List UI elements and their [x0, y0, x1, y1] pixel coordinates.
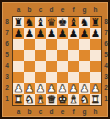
piece-black-pawn-f7[interactable]: ♟ — [69, 28, 78, 39]
square-b1[interactable]: ♞ — [24, 94, 35, 105]
square-g2[interactable]: ♟ — [79, 83, 90, 94]
chess-board[interactable]: ♜♞♝♛♚♝♞♜♟♟♟♟♟♟♟♟♟♟♟♟♟♟♟♟♜♞♝♛♚♝♞♜ — [12, 16, 102, 106]
file-label-bottom-b: b — [24, 108, 35, 116]
square-e7[interactable]: ♟ — [57, 28, 68, 39]
square-a1[interactable]: ♜ — [13, 94, 24, 105]
square-b5[interactable] — [24, 50, 35, 61]
file-label-top-g: g — [79, 6, 90, 14]
file-label-bottom-h: h — [90, 108, 101, 116]
square-g5[interactable] — [79, 50, 90, 61]
rank-label-right-4: 4 — [102, 60, 110, 71]
piece-black-pawn-g7[interactable]: ♟ — [80, 28, 89, 39]
square-b4[interactable] — [24, 61, 35, 72]
rank-label-right-1: 1 — [102, 93, 110, 104]
piece-white-pawn-b2[interactable]: ♟ — [25, 83, 34, 94]
square-c8[interactable]: ♝ — [35, 17, 46, 28]
file-label-top-a: a — [13, 6, 24, 14]
square-a5[interactable] — [13, 50, 24, 61]
square-d2[interactable]: ♟ — [46, 83, 57, 94]
file-label-bottom-g: g — [79, 108, 90, 116]
square-c6[interactable] — [35, 39, 46, 50]
square-e8[interactable]: ♚ — [57, 17, 68, 28]
square-a6[interactable] — [13, 39, 24, 50]
square-g7[interactable]: ♟ — [79, 28, 90, 39]
file-label-top-c: c — [35, 6, 46, 14]
piece-white-king-e1[interactable]: ♚ — [58, 94, 67, 105]
square-a8[interactable]: ♜ — [13, 17, 24, 28]
square-h3[interactable] — [90, 72, 101, 83]
file-label-top-h: h — [90, 6, 101, 14]
file-label-top-e: e — [57, 6, 68, 14]
rank-label-right-3: 3 — [102, 71, 110, 82]
rank-label-right-2: 2 — [102, 82, 110, 93]
file-label-top-d: d — [46, 6, 57, 14]
square-h7[interactable]: ♟ — [90, 28, 101, 39]
square-a4[interactable] — [13, 61, 24, 72]
piece-black-pawn-b7[interactable]: ♟ — [25, 28, 34, 39]
square-b8[interactable]: ♞ — [24, 17, 35, 28]
piece-black-pawn-e7[interactable]: ♟ — [58, 28, 67, 39]
square-f3[interactable] — [68, 72, 79, 83]
piece-black-pawn-h7[interactable]: ♟ — [91, 28, 100, 39]
rank-label-left-5: 5 — [3, 49, 11, 60]
piece-black-rook-h8[interactable]: ♜ — [91, 17, 100, 28]
file-label-bottom-e: e — [57, 108, 68, 116]
rank-label-left-2: 2 — [3, 82, 11, 93]
square-f8[interactable]: ♝ — [68, 17, 79, 28]
square-g6[interactable] — [79, 39, 90, 50]
square-c5[interactable] — [35, 50, 46, 61]
piece-white-rook-h1[interactable]: ♜ — [91, 94, 100, 105]
square-e6[interactable] — [57, 39, 68, 50]
square-g8[interactable]: ♞ — [79, 17, 90, 28]
rank-label-left-7: 7 — [3, 27, 11, 38]
piece-black-pawn-c7[interactable]: ♟ — [36, 28, 45, 39]
square-g3[interactable] — [79, 72, 90, 83]
piece-black-knight-g8[interactable]: ♞ — [80, 17, 89, 28]
square-e1[interactable]: ♚ — [57, 94, 68, 105]
chess-board-frame: ♜♞♝♛♚♝♞♜♟♟♟♟♟♟♟♟♟♟♟♟♟♟♟♟♜♞♝♛♚♝♞♜ aabbccd… — [0, 0, 110, 119]
square-g1[interactable]: ♞ — [79, 94, 90, 105]
piece-black-bishop-c8[interactable]: ♝ — [36, 17, 45, 28]
rank-label-right-6: 6 — [102, 38, 110, 49]
file-label-top-f: f — [68, 6, 79, 14]
square-e2[interactable]: ♟ — [57, 83, 68, 94]
piece-white-rook-a1[interactable]: ♜ — [14, 94, 23, 105]
square-c3[interactable] — [35, 72, 46, 83]
square-g4[interactable] — [79, 61, 90, 72]
piece-black-queen-d8[interactable]: ♛ — [47, 17, 56, 28]
square-h5[interactable] — [90, 50, 101, 61]
rank-label-right-7: 7 — [102, 27, 110, 38]
square-d4[interactable] — [46, 61, 57, 72]
square-f1[interactable]: ♝ — [68, 94, 79, 105]
rank-label-right-8: 8 — [102, 16, 110, 27]
file-label-top-b: b — [24, 6, 35, 14]
square-d6[interactable] — [46, 39, 57, 50]
piece-white-knight-b1[interactable]: ♞ — [25, 94, 34, 105]
piece-white-pawn-e2[interactable]: ♟ — [58, 83, 67, 94]
piece-white-pawn-c2[interactable]: ♟ — [36, 83, 45, 94]
piece-black-pawn-d7[interactable]: ♟ — [47, 28, 56, 39]
square-c2[interactable]: ♟ — [35, 83, 46, 94]
square-d1[interactable]: ♛ — [46, 94, 57, 105]
square-c1[interactable]: ♝ — [35, 94, 46, 105]
square-a2[interactable]: ♟ — [13, 83, 24, 94]
square-f6[interactable] — [68, 39, 79, 50]
square-b3[interactable] — [24, 72, 35, 83]
square-d8[interactable]: ♛ — [46, 17, 57, 28]
square-f2[interactable]: ♟ — [68, 83, 79, 94]
file-label-bottom-a: a — [13, 108, 24, 116]
square-a3[interactable] — [13, 72, 24, 83]
piece-black-king-e8[interactable]: ♚ — [58, 17, 67, 28]
square-d7[interactable]: ♟ — [46, 28, 57, 39]
square-b2[interactable]: ♟ — [24, 83, 35, 94]
piece-white-pawn-g2[interactable]: ♟ — [80, 83, 89, 94]
square-h8[interactable]: ♜ — [90, 17, 101, 28]
file-label-bottom-c: c — [35, 108, 46, 116]
rank-label-left-8: 8 — [3, 16, 11, 27]
square-b7[interactable]: ♟ — [24, 28, 35, 39]
square-e4[interactable] — [57, 61, 68, 72]
square-a7[interactable]: ♟ — [13, 28, 24, 39]
square-d3[interactable] — [46, 72, 57, 83]
piece-white-queen-d1[interactable]: ♛ — [47, 94, 56, 105]
rank-label-left-6: 6 — [3, 38, 11, 49]
piece-black-rook-a8[interactable]: ♜ — [14, 17, 23, 28]
piece-white-pawn-f2[interactable]: ♟ — [69, 83, 78, 94]
square-b6[interactable] — [24, 39, 35, 50]
piece-black-knight-b8[interactable]: ♞ — [25, 17, 34, 28]
piece-white-bishop-c1[interactable]: ♝ — [36, 94, 45, 105]
square-e3[interactable] — [57, 72, 68, 83]
square-f5[interactable] — [68, 50, 79, 61]
square-c7[interactable]: ♟ — [35, 28, 46, 39]
rank-label-left-1: 1 — [3, 93, 11, 104]
square-h4[interactable] — [90, 61, 101, 72]
file-label-bottom-f: f — [68, 108, 79, 116]
square-d5[interactable] — [46, 50, 57, 61]
piece-white-bishop-f1[interactable]: ♝ — [69, 94, 78, 105]
square-h1[interactable]: ♜ — [90, 94, 101, 105]
square-f7[interactable]: ♟ — [68, 28, 79, 39]
square-h2[interactable]: ♟ — [90, 83, 101, 94]
rank-label-left-3: 3 — [3, 71, 11, 82]
piece-black-pawn-a7[interactable]: ♟ — [14, 28, 23, 39]
square-c4[interactable] — [35, 61, 46, 72]
piece-white-pawn-a2[interactable]: ♟ — [14, 83, 23, 94]
file-label-bottom-d: d — [46, 108, 57, 116]
square-f4[interactable] — [68, 61, 79, 72]
piece-white-pawn-d2[interactable]: ♟ — [47, 83, 56, 94]
square-h6[interactable] — [90, 39, 101, 50]
piece-white-knight-g1[interactable]: ♞ — [80, 94, 89, 105]
piece-black-bishop-f8[interactable]: ♝ — [69, 17, 78, 28]
rank-label-right-5: 5 — [102, 49, 110, 60]
rank-label-left-4: 4 — [3, 60, 11, 71]
square-e5[interactable] — [57, 50, 68, 61]
piece-white-pawn-h2[interactable]: ♟ — [91, 83, 100, 94]
